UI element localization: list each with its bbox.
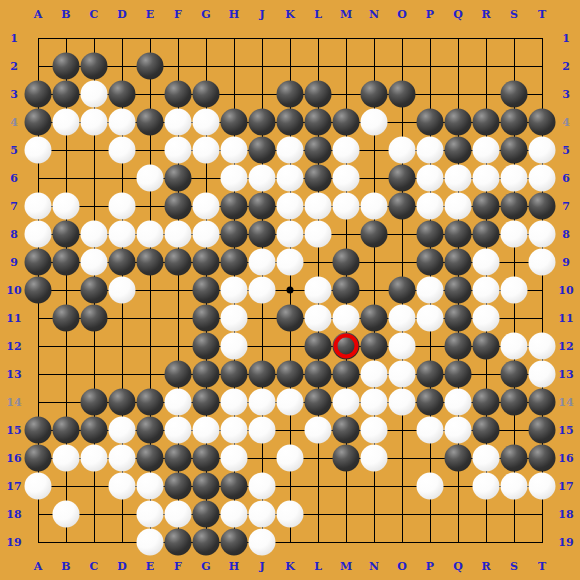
black-stone-G19[interactable] <box>193 529 220 556</box>
black-stone-F6[interactable] <box>165 165 192 192</box>
black-stone-E9[interactable] <box>137 249 164 276</box>
black-stone-G17[interactable] <box>193 473 220 500</box>
white-stone-P17[interactable] <box>417 473 444 500</box>
white-stone-G7[interactable] <box>193 193 220 220</box>
black-stone-S13[interactable] <box>501 361 528 388</box>
black-stone-Q13[interactable] <box>445 361 472 388</box>
black-stone-P4[interactable] <box>417 109 444 136</box>
white-stone-O12[interactable] <box>389 333 416 360</box>
coordinate-label-bottom-N: N <box>369 561 379 572</box>
black-stone-G12[interactable] <box>193 333 220 360</box>
black-stone-R4[interactable] <box>473 109 500 136</box>
black-stone-H8[interactable] <box>221 221 248 248</box>
black-stone-L12[interactable] <box>305 333 332 360</box>
black-stone-G11[interactable] <box>193 305 220 332</box>
coordinate-label-top-N: N <box>369 9 379 20</box>
white-stone-H12[interactable] <box>221 333 248 360</box>
white-stone-K8[interactable] <box>277 221 304 248</box>
coordinate-label-right-8: 8 <box>562 229 570 240</box>
white-stone-D8[interactable] <box>109 221 136 248</box>
black-stone-L4[interactable] <box>305 109 332 136</box>
black-stone-L13[interactable] <box>305 361 332 388</box>
black-stone-Q5[interactable] <box>445 137 472 164</box>
white-stone-H6[interactable] <box>221 165 248 192</box>
coordinate-label-top-C: C <box>90 9 99 20</box>
coordinate-label-bottom-O: O <box>397 561 407 572</box>
white-stone-E19[interactable] <box>137 529 164 556</box>
white-stone-R10[interactable] <box>473 277 500 304</box>
black-stone-M16[interactable] <box>333 445 360 472</box>
black-stone-Q10[interactable] <box>445 277 472 304</box>
black-stone-J4[interactable] <box>249 109 276 136</box>
white-stone-S6[interactable] <box>501 165 528 192</box>
black-stone-R8[interactable] <box>473 221 500 248</box>
black-stone-E15[interactable] <box>137 417 164 444</box>
white-stone-K5[interactable] <box>277 137 304 164</box>
white-stone-K6[interactable] <box>277 165 304 192</box>
white-stone-B4[interactable] <box>53 109 80 136</box>
white-stone-P7[interactable] <box>417 193 444 220</box>
white-stone-B7[interactable] <box>53 193 80 220</box>
grid-line-horizontal <box>38 542 543 543</box>
black-stone-J5[interactable] <box>249 137 276 164</box>
coordinate-label-top-S: S <box>510 9 518 20</box>
black-stone-T14[interactable] <box>529 389 556 416</box>
black-stone-S16[interactable] <box>501 445 528 472</box>
black-stone-F17[interactable] <box>165 473 192 500</box>
black-stone-H13[interactable] <box>221 361 248 388</box>
coordinate-label-left-9: 9 <box>10 257 18 268</box>
coordinate-label-bottom-L: L <box>314 561 322 572</box>
black-stone-G13[interactable] <box>193 361 220 388</box>
coordinate-label-left-17: 17 <box>6 481 21 492</box>
white-stone-T8[interactable] <box>529 221 556 248</box>
white-stone-K9[interactable] <box>277 249 304 276</box>
white-stone-E8[interactable] <box>137 221 164 248</box>
white-stone-G5[interactable] <box>193 137 220 164</box>
black-stone-R14[interactable] <box>473 389 500 416</box>
coordinate-label-bottom-E: E <box>146 561 154 572</box>
coordinate-label-left-19: 19 <box>6 537 21 548</box>
coordinate-label-top-M: M <box>340 9 352 20</box>
coordinate-label-left-14: 14 <box>6 397 21 408</box>
black-stone-A3[interactable] <box>25 81 52 108</box>
black-stone-B15[interactable] <box>53 417 80 444</box>
coordinate-label-left-16: 16 <box>6 453 21 464</box>
white-stone-T13[interactable] <box>529 361 556 388</box>
black-stone-M9[interactable] <box>333 249 360 276</box>
coordinate-label-bottom-A: A <box>34 561 43 572</box>
coordinate-label-top-J: J <box>259 9 264 20</box>
white-stone-K14[interactable] <box>277 389 304 416</box>
black-stone-D3[interactable] <box>109 81 136 108</box>
white-stone-M7[interactable] <box>333 193 360 220</box>
coordinate-label-bottom-Q: Q <box>453 561 463 572</box>
black-stone-M4[interactable] <box>333 109 360 136</box>
white-stone-N13[interactable] <box>361 361 388 388</box>
white-stone-T6[interactable] <box>529 165 556 192</box>
black-stone-C2[interactable] <box>81 53 108 80</box>
white-stone-K18[interactable] <box>277 501 304 528</box>
coordinate-label-left-8: 8 <box>10 229 18 240</box>
white-stone-E17[interactable] <box>137 473 164 500</box>
coordinate-label-right-10: 10 <box>558 285 573 296</box>
black-stone-C11[interactable] <box>81 305 108 332</box>
black-stone-S4[interactable] <box>501 109 528 136</box>
black-stone-A9[interactable] <box>25 249 52 276</box>
black-stone-B3[interactable] <box>53 81 80 108</box>
white-stone-P6[interactable] <box>417 165 444 192</box>
white-stone-H5[interactable] <box>221 137 248 164</box>
white-stone-F4[interactable] <box>165 109 192 136</box>
black-stone-H7[interactable] <box>221 193 248 220</box>
white-stone-S17[interactable] <box>501 473 528 500</box>
black-stone-G16[interactable] <box>193 445 220 472</box>
white-stone-G15[interactable] <box>193 417 220 444</box>
black-stone-J7[interactable] <box>249 193 276 220</box>
coordinate-label-bottom-T: T <box>538 561 546 572</box>
coordinate-label-top-O: O <box>397 9 407 20</box>
white-stone-H11[interactable] <box>221 305 248 332</box>
coordinate-label-left-6: 6 <box>10 173 18 184</box>
white-stone-R9[interactable] <box>473 249 500 276</box>
go-board[interactable]: AABBCCDDEEFFGGHHJJKKLLMMNNOOPPQQRRSSTT11… <box>0 0 580 580</box>
black-stone-G10[interactable] <box>193 277 220 304</box>
black-stone-Q8[interactable] <box>445 221 472 248</box>
white-stone-H14[interactable] <box>221 389 248 416</box>
coordinate-label-right-11: 11 <box>558 313 573 324</box>
black-stone-D14[interactable] <box>109 389 136 416</box>
black-stone-G18[interactable] <box>193 501 220 528</box>
black-stone-T16[interactable] <box>529 445 556 472</box>
black-stone-O7[interactable] <box>389 193 416 220</box>
white-stone-F15[interactable] <box>165 417 192 444</box>
white-stone-F5[interactable] <box>165 137 192 164</box>
black-stone-C15[interactable] <box>81 417 108 444</box>
black-stone-H4[interactable] <box>221 109 248 136</box>
white-stone-T17[interactable] <box>529 473 556 500</box>
coordinate-label-bottom-S: S <box>510 561 518 572</box>
black-stone-R7[interactable] <box>473 193 500 220</box>
white-stone-T9[interactable] <box>529 249 556 276</box>
black-stone-H19[interactable] <box>221 529 248 556</box>
black-stone-O10[interactable] <box>389 277 416 304</box>
coordinate-label-right-4: 4 <box>562 117 570 128</box>
coordinate-label-right-15: 15 <box>558 425 573 436</box>
white-stone-H18[interactable] <box>221 501 248 528</box>
white-stone-S10[interactable] <box>501 277 528 304</box>
black-stone-A16[interactable] <box>25 445 52 472</box>
coordinate-label-bottom-M: M <box>340 561 352 572</box>
black-stone-Q9[interactable] <box>445 249 472 276</box>
white-stone-J17[interactable] <box>249 473 276 500</box>
black-stone-K4[interactable] <box>277 109 304 136</box>
black-stone-H9[interactable] <box>221 249 248 276</box>
coordinate-label-right-18: 18 <box>558 509 573 520</box>
white-stone-L11[interactable] <box>305 305 332 332</box>
white-stone-L15[interactable] <box>305 417 332 444</box>
white-stone-K7[interactable] <box>277 193 304 220</box>
black-stone-T4[interactable] <box>529 109 556 136</box>
black-stone-E2[interactable] <box>137 53 164 80</box>
white-stone-C3[interactable] <box>81 81 108 108</box>
black-stone-C10[interactable] <box>81 277 108 304</box>
black-stone-S3[interactable] <box>501 81 528 108</box>
white-stone-J15[interactable] <box>249 417 276 444</box>
coordinate-label-top-B: B <box>61 9 70 20</box>
coordinate-label-right-19: 19 <box>558 537 573 548</box>
white-stone-G4[interactable] <box>193 109 220 136</box>
white-stone-O13[interactable] <box>389 361 416 388</box>
coordinate-label-left-3: 3 <box>10 89 18 100</box>
coordinate-label-left-1: 1 <box>10 33 18 44</box>
coordinate-label-left-13: 13 <box>6 369 21 380</box>
coordinate-label-left-5: 5 <box>10 145 18 156</box>
black-stone-F19[interactable] <box>165 529 192 556</box>
white-stone-A7[interactable] <box>25 193 52 220</box>
white-stone-R11[interactable] <box>473 305 500 332</box>
white-stone-R16[interactable] <box>473 445 500 472</box>
white-stone-P5[interactable] <box>417 137 444 164</box>
white-stone-J10[interactable] <box>249 277 276 304</box>
white-stone-D4[interactable] <box>109 109 136 136</box>
white-stone-N15[interactable] <box>361 417 388 444</box>
white-stone-L7[interactable] <box>305 193 332 220</box>
coordinate-label-right-14: 14 <box>558 397 573 408</box>
white-stone-R17[interactable] <box>473 473 500 500</box>
black-stone-B11[interactable] <box>53 305 80 332</box>
black-stone-S7[interactable] <box>501 193 528 220</box>
black-stone-E16[interactable] <box>137 445 164 472</box>
black-stone-J8[interactable] <box>249 221 276 248</box>
coordinate-label-right-12: 12 <box>558 341 573 352</box>
white-stone-R6[interactable] <box>473 165 500 192</box>
black-stone-K3[interactable] <box>277 81 304 108</box>
coordinate-label-top-T: T <box>538 9 546 20</box>
black-stone-S14[interactable] <box>501 389 528 416</box>
white-stone-B16[interactable] <box>53 445 80 472</box>
white-stone-N16[interactable] <box>361 445 388 472</box>
black-stone-Q4[interactable] <box>445 109 472 136</box>
white-stone-R5[interactable] <box>473 137 500 164</box>
coordinate-label-bottom-K: K <box>285 561 295 572</box>
white-stone-N4[interactable] <box>361 109 388 136</box>
black-stone-F16[interactable] <box>165 445 192 472</box>
coordinate-label-top-F: F <box>174 9 182 20</box>
black-stone-P14[interactable] <box>417 389 444 416</box>
black-stone-K13[interactable] <box>277 361 304 388</box>
white-stone-S8[interactable] <box>501 221 528 248</box>
white-stone-Q7[interactable] <box>445 193 472 220</box>
white-stone-L10[interactable] <box>305 277 332 304</box>
black-stone-O3[interactable] <box>389 81 416 108</box>
coordinate-label-bottom-B: B <box>61 561 70 572</box>
black-stone-S5[interactable] <box>501 137 528 164</box>
black-stone-P9[interactable] <box>417 249 444 276</box>
white-stone-J18[interactable] <box>249 501 276 528</box>
black-stone-Q16[interactable] <box>445 445 472 472</box>
black-stone-M15[interactable] <box>333 417 360 444</box>
coordinate-label-top-E: E <box>146 9 154 20</box>
white-stone-D10[interactable] <box>109 277 136 304</box>
white-stone-F18[interactable] <box>165 501 192 528</box>
coordinate-label-right-3: 3 <box>562 89 570 100</box>
black-stone-R15[interactable] <box>473 417 500 444</box>
white-stone-L8[interactable] <box>305 221 332 248</box>
coordinate-label-top-D: D <box>117 9 127 20</box>
coordinate-label-top-Q: Q <box>453 9 463 20</box>
white-stone-N7[interactable] <box>361 193 388 220</box>
black-stone-Q12[interactable] <box>445 333 472 360</box>
white-stone-S12[interactable] <box>501 333 528 360</box>
coordinate-label-right-9: 9 <box>562 257 570 268</box>
white-stone-M14[interactable] <box>333 389 360 416</box>
black-stone-G14[interactable] <box>193 389 220 416</box>
coordinate-label-top-H: H <box>229 9 239 20</box>
white-stone-H15[interactable] <box>221 417 248 444</box>
black-stone-P13[interactable] <box>417 361 444 388</box>
white-stone-P10[interactable] <box>417 277 444 304</box>
black-stone-E14[interactable] <box>137 389 164 416</box>
black-stone-M13[interactable] <box>333 361 360 388</box>
white-stone-J6[interactable] <box>249 165 276 192</box>
black-stone-D9[interactable] <box>109 249 136 276</box>
coordinate-label-bottom-D: D <box>117 561 127 572</box>
coordinate-label-right-1: 1 <box>562 33 570 44</box>
white-stone-P11[interactable] <box>417 305 444 332</box>
white-stone-Q15[interactable] <box>445 417 472 444</box>
black-stone-E4[interactable] <box>137 109 164 136</box>
white-stone-H10[interactable] <box>221 277 248 304</box>
coordinate-label-left-15: 15 <box>6 425 21 436</box>
black-stone-F13[interactable] <box>165 361 192 388</box>
black-stone-T7[interactable] <box>529 193 556 220</box>
black-stone-N8[interactable] <box>361 221 388 248</box>
black-stone-H17[interactable] <box>221 473 248 500</box>
white-stone-O5[interactable] <box>389 137 416 164</box>
coordinate-label-right-17: 17 <box>558 481 573 492</box>
black-stone-R12[interactable] <box>473 333 500 360</box>
black-stone-N11[interactable] <box>361 305 388 332</box>
white-stone-C4[interactable] <box>81 109 108 136</box>
black-stone-B8[interactable] <box>53 221 80 248</box>
coordinate-label-left-12: 12 <box>6 341 21 352</box>
black-stone-L14[interactable] <box>305 389 332 416</box>
white-stone-E18[interactable] <box>137 501 164 528</box>
white-stone-D5[interactable] <box>109 137 136 164</box>
black-stone-G3[interactable] <box>193 81 220 108</box>
black-stone-T15[interactable] <box>529 417 556 444</box>
white-stone-T12[interactable] <box>529 333 556 360</box>
white-stone-O14[interactable] <box>389 389 416 416</box>
white-stone-J14[interactable] <box>249 389 276 416</box>
black-stone-A10[interactable] <box>25 277 52 304</box>
white-stone-M5[interactable] <box>333 137 360 164</box>
white-stone-D15[interactable] <box>109 417 136 444</box>
last-move-marker <box>334 334 359 359</box>
coordinate-label-right-7: 7 <box>562 201 570 212</box>
white-stone-O11[interactable] <box>389 305 416 332</box>
black-stone-F9[interactable] <box>165 249 192 276</box>
white-stone-J9[interactable] <box>249 249 276 276</box>
black-stone-P8[interactable] <box>417 221 444 248</box>
coordinate-label-left-2: 2 <box>10 61 18 72</box>
black-stone-L3[interactable] <box>305 81 332 108</box>
coordinate-label-left-10: 10 <box>6 285 21 296</box>
coordinate-label-left-11: 11 <box>6 313 21 324</box>
coordinate-label-top-K: K <box>285 9 295 20</box>
white-stone-Q6[interactable] <box>445 165 472 192</box>
coordinate-label-right-16: 16 <box>558 453 573 464</box>
white-stone-C9[interactable] <box>81 249 108 276</box>
white-stone-T5[interactable] <box>529 137 556 164</box>
black-stone-A15[interactable] <box>25 417 52 444</box>
coordinate-label-top-A: A <box>34 9 43 20</box>
coordinate-label-bottom-H: H <box>229 561 239 572</box>
black-stone-B2[interactable] <box>53 53 80 80</box>
coordinate-label-bottom-P: P <box>426 561 434 572</box>
white-stone-F14[interactable] <box>165 389 192 416</box>
white-stone-E6[interactable] <box>137 165 164 192</box>
black-stone-J13[interactable] <box>249 361 276 388</box>
white-stone-M11[interactable] <box>333 305 360 332</box>
coordinate-label-bottom-G: G <box>201 561 210 572</box>
black-stone-Q11[interactable] <box>445 305 472 332</box>
coordinate-label-top-L: L <box>314 9 322 20</box>
coordinate-label-left-18: 18 <box>6 509 21 520</box>
coordinate-label-right-13: 13 <box>558 369 573 380</box>
black-stone-O6[interactable] <box>389 165 416 192</box>
coordinate-label-right-2: 2 <box>562 61 570 72</box>
white-stone-F8[interactable] <box>165 221 192 248</box>
white-stone-D7[interactable] <box>109 193 136 220</box>
coordinate-label-bottom-C: C <box>90 561 99 572</box>
coordinate-label-right-5: 5 <box>562 145 570 156</box>
white-stone-C8[interactable] <box>81 221 108 248</box>
white-stone-A8[interactable] <box>25 221 52 248</box>
star-point-K10 <box>287 287 294 294</box>
white-stone-G8[interactable] <box>193 221 220 248</box>
black-stone-M10[interactable] <box>333 277 360 304</box>
white-stone-H16[interactable] <box>221 445 248 472</box>
white-stone-K16[interactable] <box>277 445 304 472</box>
white-stone-P15[interactable] <box>417 417 444 444</box>
black-stone-N3[interactable] <box>361 81 388 108</box>
black-stone-N12[interactable] <box>361 333 388 360</box>
white-stone-D16[interactable] <box>109 445 136 472</box>
coordinate-label-right-6: 6 <box>562 173 570 184</box>
white-stone-Q14[interactable] <box>445 389 472 416</box>
black-stone-F3[interactable] <box>165 81 192 108</box>
black-stone-C14[interactable] <box>81 389 108 416</box>
coordinate-label-top-R: R <box>481 9 490 20</box>
black-stone-B9[interactable] <box>53 249 80 276</box>
white-stone-B18[interactable] <box>53 501 80 528</box>
white-stone-C16[interactable] <box>81 445 108 472</box>
white-stone-M6[interactable] <box>333 165 360 192</box>
black-stone-A4[interactable] <box>25 109 52 136</box>
white-stone-A5[interactable] <box>25 137 52 164</box>
black-stone-K11[interactable] <box>277 305 304 332</box>
black-stone-F7[interactable] <box>165 193 192 220</box>
black-stone-G9[interactable] <box>193 249 220 276</box>
white-stone-N14[interactable] <box>361 389 388 416</box>
white-stone-J19[interactable] <box>249 529 276 556</box>
white-stone-D17[interactable] <box>109 473 136 500</box>
black-stone-L6[interactable] <box>305 165 332 192</box>
black-stone-L5[interactable] <box>305 137 332 164</box>
white-stone-A17[interactable] <box>25 473 52 500</box>
